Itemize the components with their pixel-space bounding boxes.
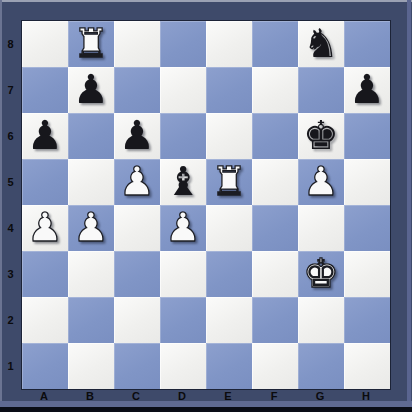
square-h3[interactable] [344, 251, 390, 297]
black-pawn-b7[interactable]: ♟ [73, 69, 109, 109]
square-f1[interactable] [252, 343, 298, 389]
square-c5[interactable]: ♟ [114, 159, 160, 205]
square-f6[interactable] [252, 113, 298, 159]
black-pawn-a6[interactable]: ♟ [27, 115, 63, 155]
file-label-h: H [343, 389, 389, 402]
square-a4[interactable]: ♟ [22, 205, 68, 251]
black-pawn-h7[interactable]: ♟ [349, 69, 385, 109]
square-e6[interactable] [206, 113, 252, 159]
file-labels: ABCDEFGH [21, 389, 389, 402]
rank-label-2: 2 [0, 297, 21, 343]
square-e1[interactable] [206, 343, 252, 389]
square-d3[interactable] [160, 251, 206, 297]
square-g1[interactable] [298, 343, 344, 389]
frame-bevel-right [407, 0, 411, 412]
square-c3[interactable] [114, 251, 160, 297]
white-pawn-g5[interactable]: ♟ [303, 161, 339, 201]
square-g8[interactable]: ♞ [298, 21, 344, 67]
square-f4[interactable] [252, 205, 298, 251]
square-d8[interactable] [160, 21, 206, 67]
square-h6[interactable] [344, 113, 390, 159]
white-king-g3[interactable]: ♚ [303, 253, 339, 293]
square-c1[interactable] [114, 343, 160, 389]
square-b2[interactable] [68, 297, 114, 343]
square-g2[interactable] [298, 297, 344, 343]
file-label-a: A [21, 389, 67, 402]
black-king-g6[interactable]: ♚ [303, 115, 339, 155]
chess-diagram: 87654321 ABCDEFGH ♜♞♟♟♟♟♚♟♝♜♟♟♟♟♚ [0, 0, 412, 412]
square-e4[interactable] [206, 205, 252, 251]
black-pawn-c6[interactable]: ♟ [119, 115, 155, 155]
square-e2[interactable] [206, 297, 252, 343]
white-rook-b8[interactable]: ♜ [73, 23, 109, 63]
rank-label-6: 6 [0, 113, 21, 159]
square-b5[interactable] [68, 159, 114, 205]
square-h5[interactable] [344, 159, 390, 205]
square-a3[interactable] [22, 251, 68, 297]
square-d7[interactable] [160, 67, 206, 113]
square-b6[interactable] [68, 113, 114, 159]
rank-label-1: 1 [0, 343, 21, 389]
square-b3[interactable] [68, 251, 114, 297]
square-c7[interactable] [114, 67, 160, 113]
square-e3[interactable] [206, 251, 252, 297]
white-pawn-d4[interactable]: ♟ [165, 207, 201, 247]
square-a8[interactable] [22, 21, 68, 67]
square-h8[interactable] [344, 21, 390, 67]
square-h4[interactable] [344, 205, 390, 251]
square-d1[interactable] [160, 343, 206, 389]
square-a7[interactable] [22, 67, 68, 113]
square-a6[interactable]: ♟ [22, 113, 68, 159]
frame-bevel-top [0, 0, 412, 2]
file-label-e: E [205, 389, 251, 402]
square-b8[interactable]: ♜ [68, 21, 114, 67]
white-pawn-c5[interactable]: ♟ [119, 161, 155, 201]
square-g5[interactable]: ♟ [298, 159, 344, 205]
square-b1[interactable] [68, 343, 114, 389]
square-f7[interactable] [252, 67, 298, 113]
square-d4[interactable]: ♟ [160, 205, 206, 251]
square-a5[interactable] [22, 159, 68, 205]
square-c4[interactable] [114, 205, 160, 251]
square-d5[interactable]: ♝ [160, 159, 206, 205]
square-a2[interactable] [22, 297, 68, 343]
square-e5[interactable]: ♜ [206, 159, 252, 205]
white-pawn-b4[interactable]: ♟ [73, 207, 109, 247]
file-label-b: B [67, 389, 113, 402]
rank-label-3: 3 [0, 251, 21, 297]
file-label-f: F [251, 389, 297, 402]
square-g4[interactable] [298, 205, 344, 251]
square-e8[interactable] [206, 21, 252, 67]
square-e7[interactable] [206, 67, 252, 113]
rank-label-8: 8 [0, 21, 21, 67]
white-pawn-a4[interactable]: ♟ [27, 207, 63, 247]
square-d2[interactable] [160, 297, 206, 343]
square-c8[interactable] [114, 21, 160, 67]
square-c6[interactable]: ♟ [114, 113, 160, 159]
square-g3[interactable]: ♚ [298, 251, 344, 297]
square-f8[interactable] [252, 21, 298, 67]
square-f3[interactable] [252, 251, 298, 297]
black-knight-g8[interactable]: ♞ [303, 23, 339, 63]
square-d6[interactable] [160, 113, 206, 159]
square-f5[interactable] [252, 159, 298, 205]
file-label-d: D [159, 389, 205, 402]
chess-board[interactable]: ♜♞♟♟♟♟♚♟♝♜♟♟♟♟♚ [21, 20, 391, 390]
square-g6[interactable]: ♚ [298, 113, 344, 159]
square-c2[interactable] [114, 297, 160, 343]
black-bishop-d5[interactable]: ♝ [165, 161, 201, 201]
square-a1[interactable] [22, 343, 68, 389]
rank-label-7: 7 [0, 67, 21, 113]
frame-bevel-bottom-shadow [0, 407, 412, 412]
white-rook-e5[interactable]: ♜ [211, 161, 247, 201]
rank-label-5: 5 [0, 159, 21, 205]
rank-labels: 87654321 [0, 21, 21, 389]
rank-label-4: 4 [0, 205, 21, 251]
square-b7[interactable]: ♟ [68, 67, 114, 113]
file-label-g: G [297, 389, 343, 402]
file-label-c: C [113, 389, 159, 402]
square-f2[interactable] [252, 297, 298, 343]
square-h7[interactable]: ♟ [344, 67, 390, 113]
square-g7[interactable] [298, 67, 344, 113]
square-h1[interactable] [344, 343, 390, 389]
square-h2[interactable] [344, 297, 390, 343]
square-b4[interactable]: ♟ [68, 205, 114, 251]
